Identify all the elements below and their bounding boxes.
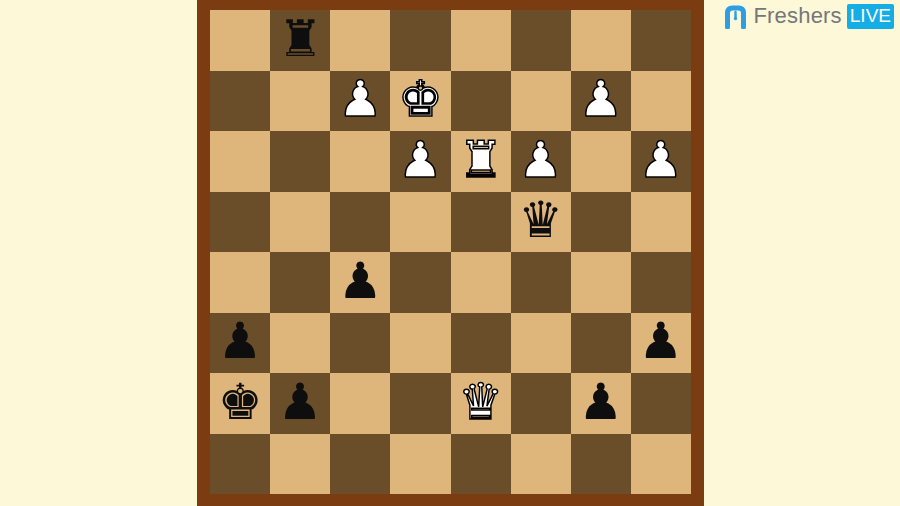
square-e5 <box>451 192 511 253</box>
square-g8 <box>571 10 631 71</box>
square-g2: ♟ <box>571 373 631 434</box>
piece-white-king: ♚ <box>390 71 450 132</box>
square-e8 <box>451 10 511 71</box>
piece-black-pawn: ♟ <box>631 313 691 374</box>
square-b7 <box>270 71 330 132</box>
piece-black-rook: ♜ <box>270 10 330 71</box>
piece-black-king: ♚ <box>210 373 270 434</box>
square-e3 <box>451 313 511 374</box>
square-d5 <box>390 192 450 253</box>
piece-black-queen: ♛ <box>511 192 571 253</box>
square-e6: ♜ <box>451 131 511 192</box>
piece-white-pawn: ♟ <box>571 71 631 132</box>
square-b8: ♜ <box>270 10 330 71</box>
square-a8 <box>210 10 270 71</box>
square-d7: ♚ <box>390 71 450 132</box>
piece-black-pawn: ♟ <box>270 373 330 434</box>
square-h4 <box>631 252 691 313</box>
square-f1 <box>511 434 571 495</box>
square-c7: ♟ <box>330 71 390 132</box>
square-a6 <box>210 131 270 192</box>
square-c6 <box>330 131 390 192</box>
square-d6: ♟ <box>390 131 450 192</box>
piece-white-pawn: ♟ <box>390 131 450 192</box>
square-c5 <box>330 192 390 253</box>
square-c4: ♟ <box>330 252 390 313</box>
square-g3 <box>571 313 631 374</box>
piece-black-pawn: ♟ <box>330 252 390 313</box>
square-h6: ♟ <box>631 131 691 192</box>
square-h8 <box>631 10 691 71</box>
square-h3: ♟ <box>631 313 691 374</box>
square-e7 <box>451 71 511 132</box>
square-h1 <box>631 434 691 495</box>
square-f8 <box>511 10 571 71</box>
chess-board: ♜♟♚♟♟♜♟♟♛♟♟♟♚♟♛♟ <box>197 0 704 506</box>
square-g1 <box>571 434 631 495</box>
piece-white-queen: ♛ <box>451 373 511 434</box>
square-e4 <box>451 252 511 313</box>
square-c8 <box>330 10 390 71</box>
piece-black-pawn: ♟ <box>571 373 631 434</box>
square-f6: ♟ <box>511 131 571 192</box>
square-c2 <box>330 373 390 434</box>
square-d3 <box>390 313 450 374</box>
square-b4 <box>270 252 330 313</box>
piece-white-pawn: ♟ <box>631 131 691 192</box>
square-f3 <box>511 313 571 374</box>
square-a2: ♚ <box>210 373 270 434</box>
square-e2: ♛ <box>451 373 511 434</box>
square-g5 <box>571 192 631 253</box>
square-f2 <box>511 373 571 434</box>
square-b5 <box>270 192 330 253</box>
square-d2 <box>390 373 450 434</box>
square-g4 <box>571 252 631 313</box>
square-f4 <box>511 252 571 313</box>
square-a7 <box>210 71 270 132</box>
logo-live-badge: LIVE <box>847 4 894 29</box>
square-f5: ♛ <box>511 192 571 253</box>
square-b6 <box>270 131 330 192</box>
square-a3: ♟ <box>210 313 270 374</box>
square-c3 <box>330 313 390 374</box>
square-e1 <box>451 434 511 495</box>
square-a5 <box>210 192 270 253</box>
square-h5 <box>631 192 691 253</box>
square-d4 <box>390 252 450 313</box>
piece-white-pawn: ♟ <box>511 131 571 192</box>
square-g7: ♟ <box>571 71 631 132</box>
freshers-live-logo-icon <box>723 3 748 29</box>
logo-brand-text: Freshers <box>753 3 841 29</box>
piece-black-pawn: ♟ <box>210 313 270 374</box>
square-g6 <box>571 131 631 192</box>
square-b3 <box>270 313 330 374</box>
square-d8 <box>390 10 450 71</box>
page-background: Freshers LIVE ♜♟♚♟♟♜♟♟♛♟♟♟♚♟♛♟ <box>0 0 900 506</box>
piece-white-rook: ♜ <box>451 131 511 192</box>
square-a1 <box>210 434 270 495</box>
square-h2 <box>631 373 691 434</box>
square-c1 <box>330 434 390 495</box>
piece-white-pawn: ♟ <box>330 71 390 132</box>
square-d1 <box>390 434 450 495</box>
square-a4 <box>210 252 270 313</box>
square-f7 <box>511 71 571 132</box>
square-h7 <box>631 71 691 132</box>
square-b2: ♟ <box>270 373 330 434</box>
freshers-live-logo[interactable]: Freshers LIVE <box>723 3 894 29</box>
square-b1 <box>270 434 330 495</box>
